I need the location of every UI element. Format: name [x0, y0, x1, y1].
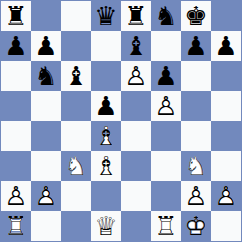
white-pawn-icon[interactable]: ♙	[1, 181, 31, 211]
square-d8[interactable]: ♛	[91, 1, 121, 31]
square-f3[interactable]	[151, 151, 181, 181]
black-queen-icon[interactable]: ♛	[91, 1, 121, 31]
square-h3[interactable]	[211, 151, 241, 181]
square-c8[interactable]	[61, 1, 91, 31]
square-e5[interactable]	[121, 91, 151, 121]
square-g5[interactable]	[181, 91, 211, 121]
white-pawn-icon[interactable]: ♙	[121, 61, 151, 91]
square-a4[interactable]	[1, 121, 31, 151]
white-bishop-icon[interactable]: ♗	[91, 151, 121, 181]
square-h5[interactable]	[211, 91, 241, 121]
square-f2[interactable]	[151, 181, 181, 211]
white-king-icon[interactable]: ♔	[181, 211, 211, 241]
square-g3[interactable]: ♘	[181, 151, 211, 181]
black-pawn-icon[interactable]: ♟	[211, 31, 241, 61]
black-pawn-icon[interactable]: ♟	[91, 91, 121, 121]
square-a3[interactable]	[1, 151, 31, 181]
square-g6[interactable]	[181, 61, 211, 91]
white-pawn-icon[interactable]: ♙	[151, 91, 181, 121]
black-pawn-icon[interactable]: ♟	[1, 31, 31, 61]
square-h8[interactable]	[211, 1, 241, 31]
black-pawn-icon[interactable]: ♟	[151, 61, 181, 91]
white-pawn-icon[interactable]: ♙	[31, 181, 61, 211]
square-g8[interactable]: ♚	[181, 1, 211, 31]
square-b8[interactable]	[31, 1, 61, 31]
square-b1[interactable]	[31, 211, 61, 241]
square-c6[interactable]: ♝	[61, 61, 91, 91]
black-pawn-icon[interactable]: ♟	[31, 31, 61, 61]
square-e3[interactable]	[121, 151, 151, 181]
square-d3[interactable]: ♗	[91, 151, 121, 181]
white-rook-icon[interactable]: ♖	[1, 211, 31, 241]
square-g7[interactable]: ♟	[181, 31, 211, 61]
white-pawn-outline: ♙	[154, 91, 177, 121]
square-e1[interactable]	[121, 211, 151, 241]
square-e4[interactable]	[121, 121, 151, 151]
square-d7[interactable]	[91, 31, 121, 61]
square-d2[interactable]	[91, 181, 121, 211]
white-queen-icon[interactable]: ♕	[91, 211, 121, 241]
chess-board: ♜♛♜♞♚♟♟♝♟♟♞♝♙♟♟♙♗♘♗♘♙♙♙♙♖♕♖♔	[0, 0, 242, 242]
square-c3[interactable]: ♘	[61, 151, 91, 181]
square-h2[interactable]: ♙	[211, 181, 241, 211]
square-e6[interactable]: ♙	[121, 61, 151, 91]
black-bishop-icon[interactable]: ♝	[61, 61, 91, 91]
square-f8[interactable]: ♞	[151, 1, 181, 31]
square-c1[interactable]	[61, 211, 91, 241]
black-rook-icon[interactable]: ♜	[1, 1, 31, 31]
square-a5[interactable]	[1, 91, 31, 121]
square-a7[interactable]: ♟	[1, 31, 31, 61]
square-c7[interactable]	[61, 31, 91, 61]
square-c5[interactable]	[61, 91, 91, 121]
white-pawn-outline: ♙	[4, 181, 27, 211]
square-d5[interactable]: ♟	[91, 91, 121, 121]
black-rook-icon[interactable]: ♜	[121, 1, 151, 31]
white-rook-outline: ♖	[4, 211, 27, 241]
square-d4[interactable]: ♗	[91, 121, 121, 151]
white-bishop-outline: ♗	[94, 151, 117, 181]
white-king-outline: ♔	[184, 211, 207, 241]
white-pawn-outline: ♙	[184, 181, 207, 211]
square-c4[interactable]	[61, 121, 91, 151]
square-e2[interactable]	[121, 181, 151, 211]
white-knight-icon[interactable]: ♘	[61, 151, 91, 181]
white-pawn-icon[interactable]: ♙	[181, 181, 211, 211]
white-pawn-outline: ♙	[124, 61, 147, 91]
white-bishop-outline: ♗	[94, 121, 117, 151]
white-knight-outline: ♘	[184, 151, 207, 181]
white-queen-outline: ♕	[94, 211, 117, 241]
square-a1[interactable]: ♖	[1, 211, 31, 241]
square-b6[interactable]: ♞	[31, 61, 61, 91]
white-rook-outline: ♖	[154, 211, 177, 241]
black-knight-icon[interactable]: ♞	[151, 1, 181, 31]
square-c2[interactable]	[61, 181, 91, 211]
square-e7[interactable]: ♝	[121, 31, 151, 61]
square-d1[interactable]: ♕	[91, 211, 121, 241]
white-rook-icon[interactable]: ♖	[151, 211, 181, 241]
square-a2[interactable]: ♙	[1, 181, 31, 211]
square-f5[interactable]: ♙	[151, 91, 181, 121]
square-b3[interactable]	[31, 151, 61, 181]
black-bishop-icon[interactable]: ♝	[121, 31, 151, 61]
square-h4[interactable]	[211, 121, 241, 151]
square-b7[interactable]: ♟	[31, 31, 61, 61]
square-f6[interactable]: ♟	[151, 61, 181, 91]
square-d6[interactable]	[91, 61, 121, 91]
black-king-icon[interactable]: ♚	[181, 1, 211, 31]
white-knight-icon[interactable]: ♘	[181, 151, 211, 181]
square-h1[interactable]	[211, 211, 241, 241]
square-h7[interactable]: ♟	[211, 31, 241, 61]
black-pawn-icon[interactable]: ♟	[181, 31, 211, 61]
square-h6[interactable]	[211, 61, 241, 91]
square-f4[interactable]	[151, 121, 181, 151]
square-a6[interactable]	[1, 61, 31, 91]
white-pawn-outline: ♙	[214, 181, 237, 211]
square-g2[interactable]: ♙	[181, 181, 211, 211]
square-b2[interactable]: ♙	[31, 181, 61, 211]
square-f1[interactable]: ♖	[151, 211, 181, 241]
black-knight-icon[interactable]: ♞	[31, 61, 61, 91]
white-bishop-icon[interactable]: ♗	[91, 121, 121, 151]
square-b4[interactable]	[31, 121, 61, 151]
square-a8[interactable]: ♜	[1, 1, 31, 31]
white-pawn-icon[interactable]: ♙	[211, 181, 241, 211]
square-e8[interactable]: ♜	[121, 1, 151, 31]
white-knight-outline: ♘	[64, 151, 87, 181]
square-f7[interactable]	[151, 31, 181, 61]
square-b5[interactable]	[31, 91, 61, 121]
square-g1[interactable]: ♔	[181, 211, 211, 241]
square-g4[interactable]	[181, 121, 211, 151]
white-pawn-outline: ♙	[34, 181, 57, 211]
